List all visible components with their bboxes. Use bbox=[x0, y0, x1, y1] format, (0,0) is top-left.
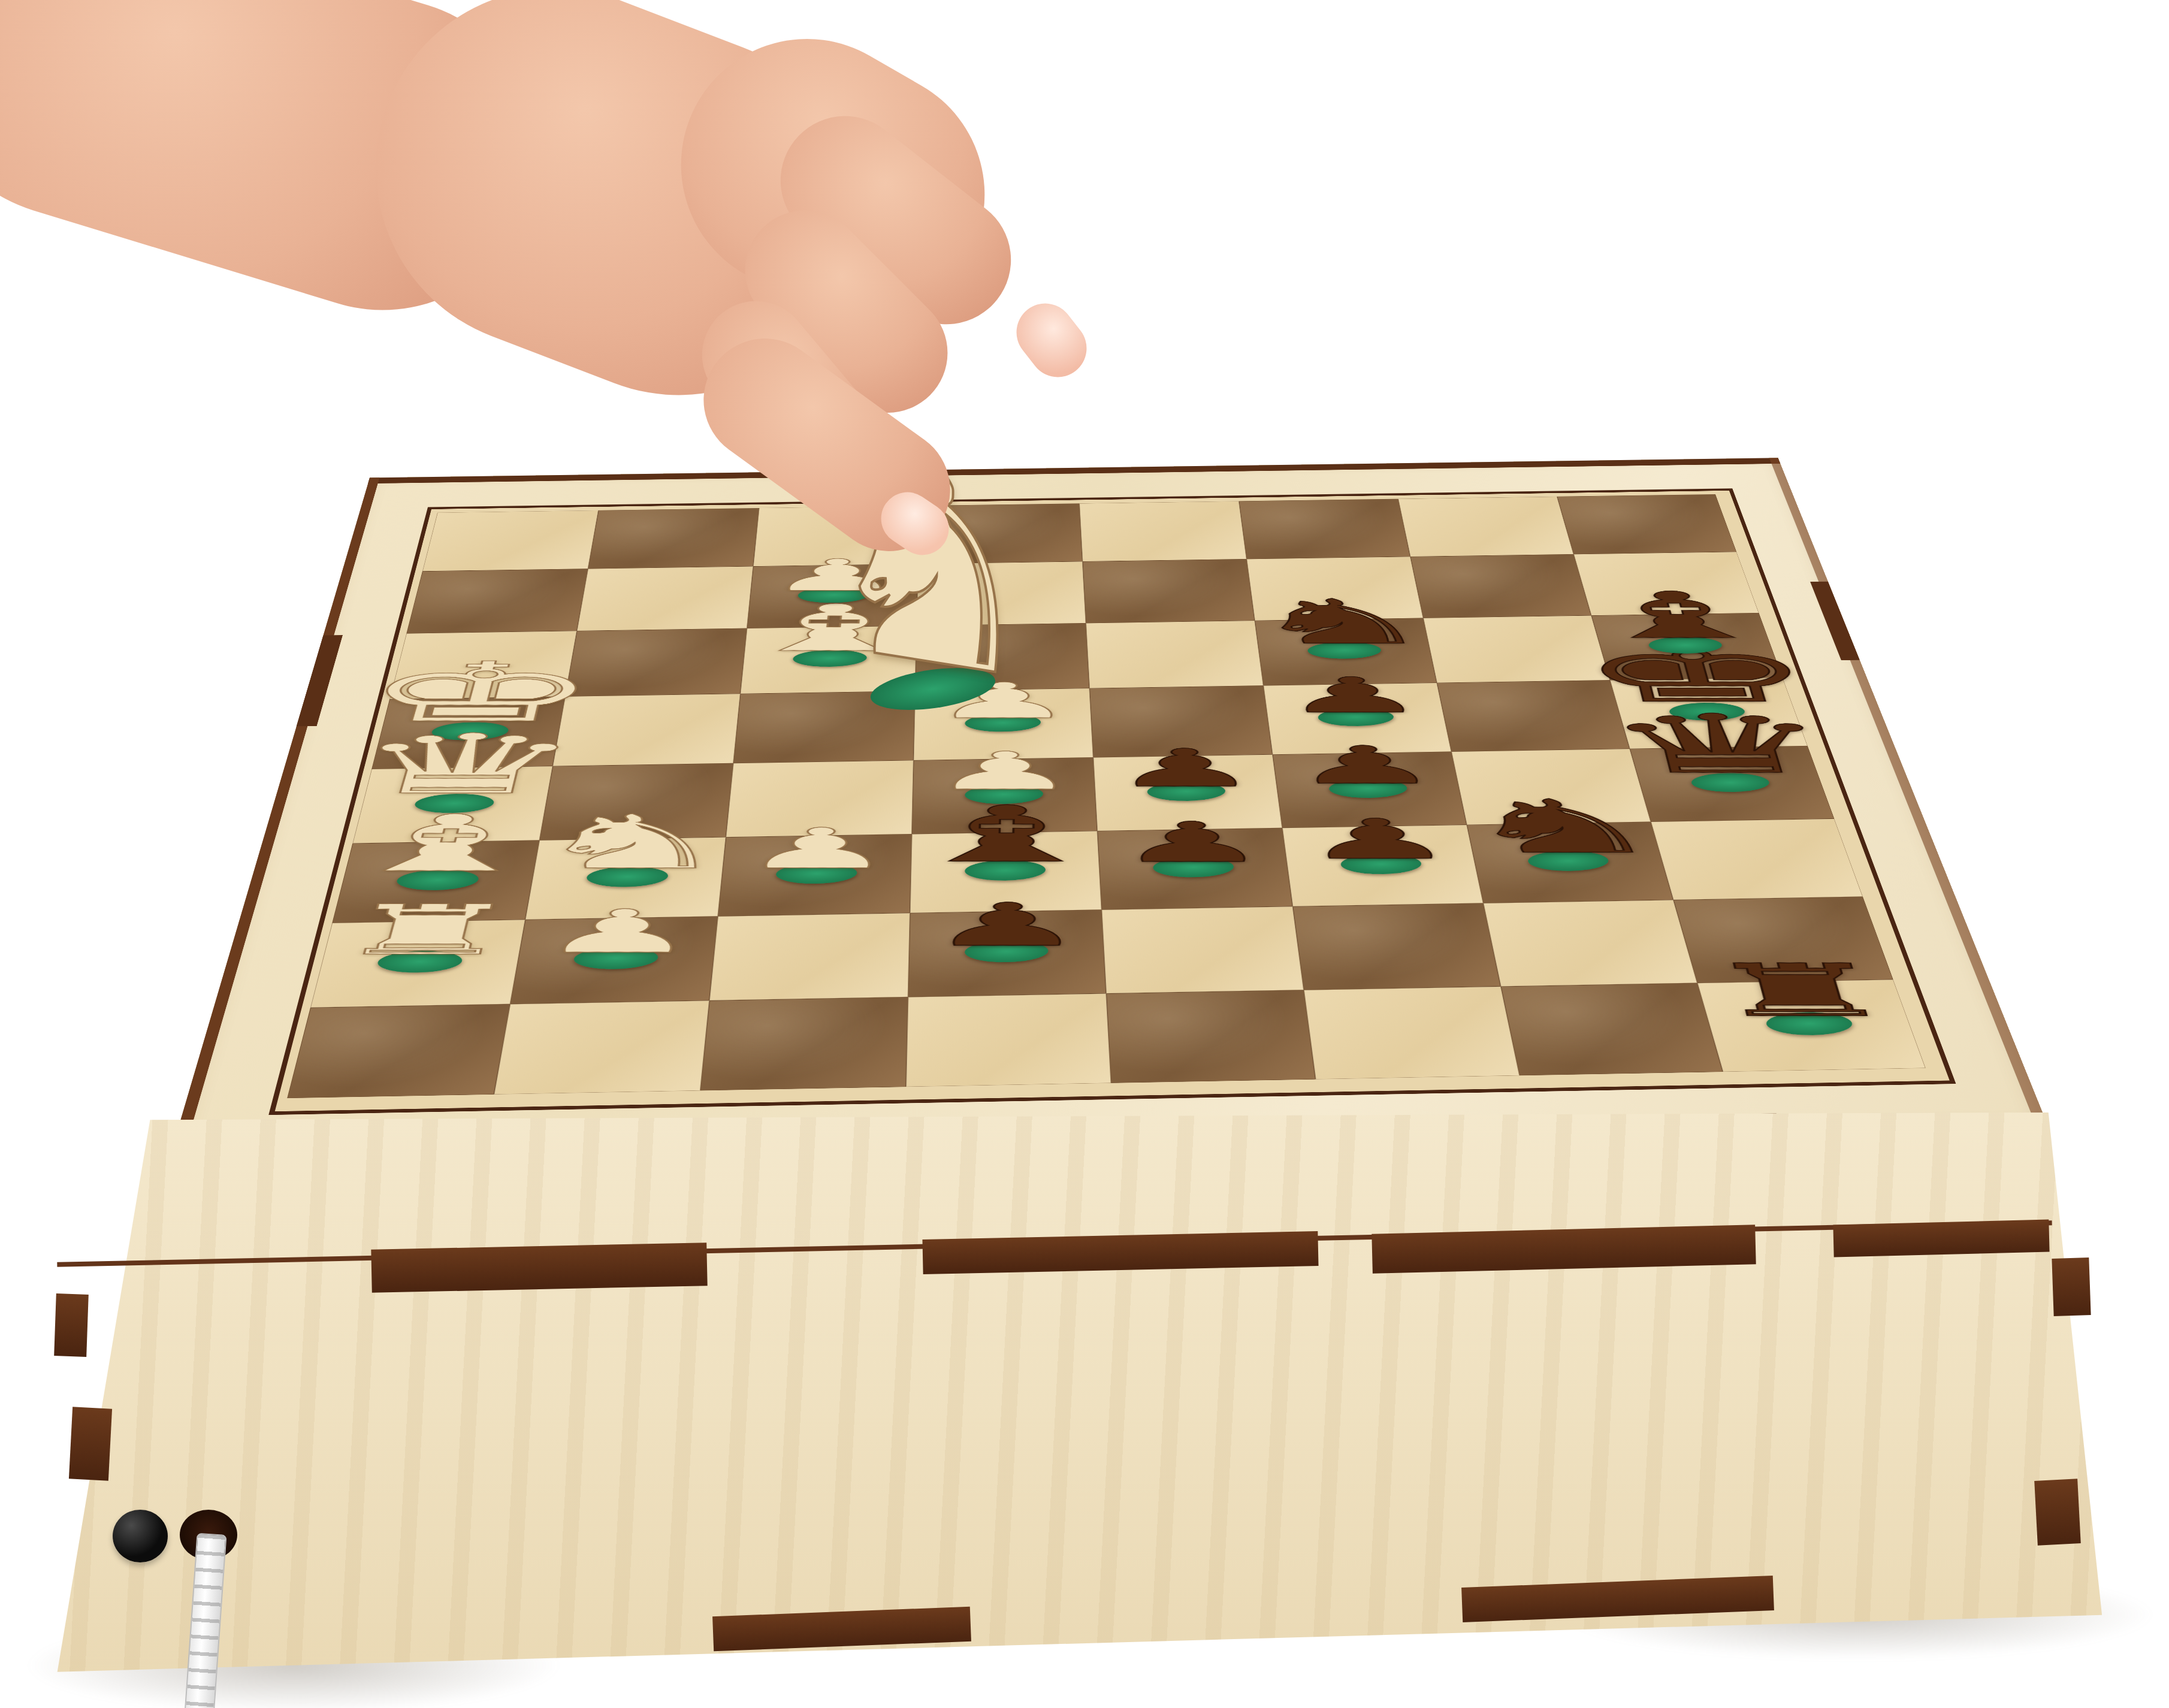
square-f5[interactable] bbox=[1086, 621, 1263, 688]
square-a5[interactable] bbox=[1106, 990, 1316, 1083]
piece-white-bishop-c1[interactable]: ♝ bbox=[328, 805, 563, 882]
square-b6[interactable] bbox=[1292, 903, 1500, 990]
square-b5[interactable] bbox=[1102, 906, 1304, 993]
piece-black-queen-d8[interactable]: ♛ bbox=[1594, 704, 1850, 785]
piece-black-pawn-e6[interactable]: ♟ bbox=[1279, 671, 1428, 720]
piece-black-pawn-c6[interactable]: ♟ bbox=[1299, 812, 1458, 867]
square-b7[interactable] bbox=[1483, 900, 1697, 987]
square-g7[interactable] bbox=[1410, 554, 1591, 618]
piece-white-pawn-c3[interactable]: ♟ bbox=[739, 821, 898, 876]
piece-black-pawn-c5[interactable]: ♟ bbox=[1116, 815, 1271, 870]
square-h6[interactable] bbox=[1239, 499, 1410, 560]
chess-board: ♚♛♜♝♝♞♟♟♟♟♟♚♛♜♝♝♞♞♟♟♟♟♟♟ bbox=[168, 458, 2049, 1162]
square-g2[interactable] bbox=[577, 566, 753, 630]
square-g5[interactable] bbox=[1083, 559, 1255, 623]
square-h7[interactable] bbox=[1398, 497, 1573, 557]
lid-joint-left bbox=[297, 635, 343, 727]
photo-page: { "game": "chess", "scene": { "descripti… bbox=[0, 0, 2169, 1708]
piece-white-pawn-b2[interactable]: ♟ bbox=[536, 902, 705, 962]
piece-white-queen-d1[interactable]: ♛ bbox=[334, 723, 591, 806]
piece-black-pawn-b4[interactable]: ♟ bbox=[927, 895, 1087, 954]
piece-black-bishop-c4[interactable]: ♝ bbox=[896, 796, 1114, 873]
square-a2[interactable] bbox=[494, 1000, 709, 1095]
lid-joint-front-2 bbox=[1286, 1114, 1782, 1141]
square-a4[interactable] bbox=[906, 993, 1111, 1087]
piece-black-pawn-d5[interactable]: ♟ bbox=[1111, 742, 1261, 794]
square-c8[interactable] bbox=[1651, 819, 1863, 900]
square-a1[interactable] bbox=[287, 1004, 510, 1098]
square-h8[interactable] bbox=[1557, 494, 1737, 554]
lid-joint-front-1 bbox=[507, 1130, 893, 1156]
square-a7[interactable] bbox=[1501, 983, 1723, 1076]
square-b3[interactable] bbox=[709, 913, 910, 1000]
square-h2[interactable] bbox=[588, 508, 759, 569]
square-h1[interactable] bbox=[422, 510, 599, 572]
piece-black-pawn-d6[interactable]: ♟ bbox=[1289, 739, 1443, 791]
square-a6[interactable] bbox=[1304, 986, 1519, 1079]
lid-back-edge bbox=[368, 458, 1780, 483]
square-h5[interactable] bbox=[1079, 501, 1246, 562]
piece-black-knight-c7[interactable]: ♞ bbox=[1454, 790, 1672, 864]
piece-white-rook-b1[interactable]: ♜ bbox=[327, 896, 528, 965]
square-a3[interactable] bbox=[700, 997, 908, 1091]
piece-black-knight-f6[interactable]: ♞ bbox=[1246, 591, 1439, 652]
square-g1[interactable] bbox=[406, 569, 588, 633]
piece-black-rook-a8[interactable]: ♜ bbox=[1697, 955, 1905, 1027]
